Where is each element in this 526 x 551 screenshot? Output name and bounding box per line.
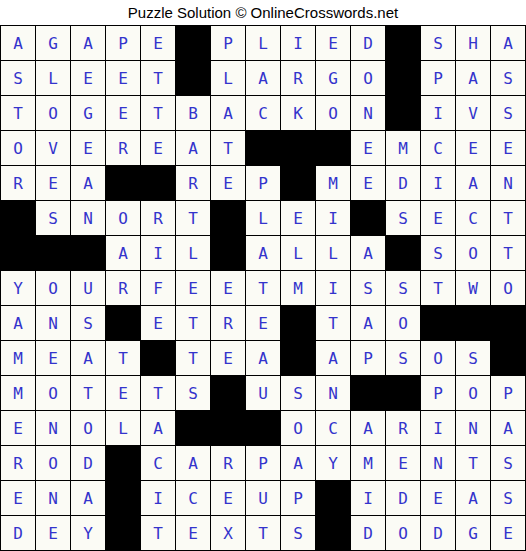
grid-cell: V bbox=[36, 131, 71, 166]
grid-cell: K bbox=[281, 96, 316, 131]
black-cell bbox=[421, 306, 456, 341]
grid-cell: P bbox=[421, 376, 456, 411]
grid-cell: S bbox=[491, 61, 526, 96]
black-cell bbox=[176, 411, 211, 446]
grid-cell: T bbox=[246, 271, 281, 306]
grid-cell: I bbox=[351, 481, 386, 516]
grid-cell: A bbox=[1, 306, 36, 341]
grid-cell: E bbox=[246, 306, 281, 341]
grid-cell: B bbox=[176, 96, 211, 131]
grid-cell: O bbox=[281, 411, 316, 446]
grid-cell: T bbox=[421, 271, 456, 306]
grid-cell: A bbox=[71, 166, 106, 201]
grid-cell: A bbox=[71, 341, 106, 376]
grid-cell: S bbox=[456, 341, 491, 376]
grid-cell: E bbox=[176, 271, 211, 306]
black-cell bbox=[351, 201, 386, 236]
grid-cell: S bbox=[1, 61, 36, 96]
grid-cell: A bbox=[351, 236, 386, 271]
grid-cell: E bbox=[71, 61, 106, 96]
black-cell bbox=[176, 26, 211, 61]
black-cell bbox=[211, 201, 246, 236]
black-cell bbox=[386, 96, 421, 131]
grid-cell: L bbox=[316, 236, 351, 271]
grid-cell: S bbox=[351, 271, 386, 306]
black-cell bbox=[211, 236, 246, 271]
grid-cell: M bbox=[1, 341, 36, 376]
grid-cell: R bbox=[211, 446, 246, 481]
grid-cell: N bbox=[36, 411, 71, 446]
grid-cell: E bbox=[351, 166, 386, 201]
grid-cell: R bbox=[1, 166, 36, 201]
grid-cell: G bbox=[71, 96, 106, 131]
grid-cell: S bbox=[421, 236, 456, 271]
grid-cell: E bbox=[106, 61, 141, 96]
black-cell bbox=[246, 411, 281, 446]
grid-cell: R bbox=[1, 446, 36, 481]
grid-cell: E bbox=[141, 26, 176, 61]
grid-cell: E bbox=[491, 516, 526, 551]
grid-cell: E bbox=[36, 516, 71, 551]
grid-cell: E bbox=[1, 411, 36, 446]
grid-cell: D bbox=[386, 481, 421, 516]
grid-cell: A bbox=[456, 166, 491, 201]
grid-cell: N bbox=[36, 306, 71, 341]
grid-cell: T bbox=[106, 341, 141, 376]
grid-cell: S bbox=[176, 376, 211, 411]
grid-cell: N bbox=[421, 446, 456, 481]
black-cell bbox=[456, 306, 491, 341]
grid-cell: C bbox=[421, 131, 456, 166]
grid-cell: E bbox=[281, 201, 316, 236]
grid-cell: T bbox=[211, 131, 246, 166]
grid-cell: T bbox=[141, 96, 176, 131]
grid-cell: N bbox=[36, 481, 71, 516]
grid-cell: S bbox=[386, 341, 421, 376]
grid-cell: D bbox=[386, 166, 421, 201]
grid-cell: Y bbox=[316, 446, 351, 481]
grid-cell: C bbox=[141, 446, 176, 481]
black-cell bbox=[281, 131, 316, 166]
grid-cell: L bbox=[281, 236, 316, 271]
grid-cell: T bbox=[491, 201, 526, 236]
grid-cell: S bbox=[71, 306, 106, 341]
grid-cell: T bbox=[141, 376, 176, 411]
black-cell bbox=[176, 61, 211, 96]
grid-cell: P bbox=[351, 341, 386, 376]
grid-cell: R bbox=[141, 201, 176, 236]
grid-cell: O bbox=[36, 271, 71, 306]
grid-cell: S bbox=[386, 201, 421, 236]
grid-cell: R bbox=[281, 61, 316, 96]
grid-cell: A bbox=[106, 236, 141, 271]
grid-cell: O bbox=[491, 271, 526, 306]
black-cell bbox=[1, 201, 36, 236]
grid-cell: O bbox=[386, 306, 421, 341]
grid-cell: O bbox=[71, 411, 106, 446]
grid-cell: C bbox=[246, 96, 281, 131]
grid-cell: D bbox=[1, 516, 36, 551]
black-cell bbox=[351, 376, 386, 411]
black-cell bbox=[211, 376, 246, 411]
grid-cell: T bbox=[141, 516, 176, 551]
grid-cell: O bbox=[421, 341, 456, 376]
grid-cell: E bbox=[141, 131, 176, 166]
grid-cell: N bbox=[316, 376, 351, 411]
black-cell bbox=[316, 481, 351, 516]
grid-cell: D bbox=[71, 446, 106, 481]
grid-cell: Y bbox=[71, 516, 106, 551]
grid-cell: P bbox=[246, 166, 281, 201]
grid-cell: P bbox=[491, 376, 526, 411]
grid-cell: A bbox=[491, 411, 526, 446]
black-cell bbox=[386, 376, 421, 411]
grid-cell: A bbox=[211, 96, 246, 131]
grid-cell: I bbox=[281, 26, 316, 61]
grid-cell: M bbox=[1, 376, 36, 411]
grid-cell: E bbox=[421, 201, 456, 236]
grid-cell: I bbox=[421, 166, 456, 201]
grid-cell: E bbox=[211, 481, 246, 516]
grid-cell: L bbox=[36, 61, 71, 96]
grid-cell: V bbox=[456, 96, 491, 131]
grid-cell: H bbox=[456, 26, 491, 61]
grid-cell: N bbox=[491, 166, 526, 201]
grid-cell: E bbox=[36, 341, 71, 376]
grid-cell: A bbox=[71, 26, 106, 61]
grid-cell: C bbox=[316, 411, 351, 446]
grid-cell: R bbox=[106, 131, 141, 166]
grid-cell: M bbox=[316, 166, 351, 201]
grid-cell: D bbox=[351, 516, 386, 551]
grid-cell: L bbox=[246, 26, 281, 61]
grid-cell: U bbox=[71, 271, 106, 306]
grid-cell: T bbox=[141, 61, 176, 96]
black-cell bbox=[281, 341, 316, 376]
grid-cell: S bbox=[386, 271, 421, 306]
black-cell bbox=[281, 166, 316, 201]
grid-cell: O bbox=[36, 96, 71, 131]
grid-cell: A bbox=[246, 236, 281, 271]
black-cell bbox=[141, 341, 176, 376]
grid-cell: O bbox=[316, 96, 351, 131]
grid-cell: E bbox=[106, 376, 141, 411]
grid-cell: P bbox=[281, 481, 316, 516]
black-cell bbox=[491, 341, 526, 376]
grid-cell: A bbox=[246, 61, 281, 96]
grid-cell: A bbox=[351, 306, 386, 341]
grid-cell: A bbox=[246, 341, 281, 376]
grid-cell: C bbox=[456, 201, 491, 236]
grid-cell: P bbox=[106, 26, 141, 61]
grid-cell: A bbox=[456, 61, 491, 96]
grid-cell: R bbox=[211, 306, 246, 341]
grid-cell: I bbox=[316, 271, 351, 306]
grid-cell: L bbox=[106, 411, 141, 446]
grid-cell: I bbox=[316, 201, 351, 236]
grid-cell: I bbox=[141, 481, 176, 516]
grid-cell: L bbox=[176, 236, 211, 271]
grid-cell: S bbox=[491, 481, 526, 516]
grid-cell: A bbox=[316, 341, 351, 376]
grid-cell: O bbox=[456, 236, 491, 271]
grid-cell: G bbox=[316, 61, 351, 96]
black-cell bbox=[36, 236, 71, 271]
grid-cell: Y bbox=[1, 271, 36, 306]
grid-cell: A bbox=[491, 26, 526, 61]
grid-cell: S bbox=[491, 446, 526, 481]
grid-cell: I bbox=[421, 96, 456, 131]
grid-cell: S bbox=[281, 516, 316, 551]
grid-cell: N bbox=[456, 411, 491, 446]
grid-cell: A bbox=[281, 446, 316, 481]
black-cell bbox=[106, 166, 141, 201]
black-cell bbox=[316, 131, 351, 166]
grid-cell: A bbox=[351, 411, 386, 446]
grid-cell: A bbox=[71, 481, 106, 516]
grid-cell: O bbox=[36, 446, 71, 481]
grid-cell: S bbox=[421, 26, 456, 61]
grid-cell: E bbox=[211, 166, 246, 201]
grid-cell: S bbox=[281, 376, 316, 411]
black-cell bbox=[106, 446, 141, 481]
grid-cell: P bbox=[421, 61, 456, 96]
crossword-grid: AGAPEPLIEDSHASLEETLARGOPASTOGETBACKONIVS… bbox=[0, 25, 526, 551]
black-cell bbox=[246, 131, 281, 166]
grid-cell: T bbox=[491, 236, 526, 271]
grid-cell: E bbox=[491, 131, 526, 166]
grid-cell: S bbox=[36, 201, 71, 236]
black-cell bbox=[1, 236, 36, 271]
black-cell bbox=[106, 481, 141, 516]
grid-cell: W bbox=[456, 271, 491, 306]
grid-cell: U bbox=[246, 481, 281, 516]
black-cell bbox=[386, 236, 421, 271]
black-cell bbox=[71, 236, 106, 271]
grid-cell: E bbox=[456, 131, 491, 166]
grid-cell: P bbox=[211, 26, 246, 61]
grid-cell: A bbox=[176, 131, 211, 166]
black-cell bbox=[386, 26, 421, 61]
grid-cell: R bbox=[106, 271, 141, 306]
grid-cell: A bbox=[1, 26, 36, 61]
grid-cell: E bbox=[1, 481, 36, 516]
black-cell bbox=[281, 306, 316, 341]
grid-cell: D bbox=[351, 26, 386, 61]
black-cell bbox=[141, 166, 176, 201]
black-cell bbox=[316, 516, 351, 551]
grid-cell: E bbox=[106, 96, 141, 131]
grid-cell: P bbox=[246, 446, 281, 481]
grid-cell: O bbox=[456, 376, 491, 411]
grid-cell: O bbox=[386, 516, 421, 551]
page-title: Puzzle Solution © OnlineCrosswords.net bbox=[0, 0, 526, 25]
grid-cell: O bbox=[1, 131, 36, 166]
grid-cell: E bbox=[351, 131, 386, 166]
grid-cell: T bbox=[176, 201, 211, 236]
grid-cell: D bbox=[421, 516, 456, 551]
grid-cell: T bbox=[456, 446, 491, 481]
grid-cell: A bbox=[456, 481, 491, 516]
grid-cell: E bbox=[141, 306, 176, 341]
grid-cell: S bbox=[491, 96, 526, 131]
grid-cell: C bbox=[176, 481, 211, 516]
grid-cell: A bbox=[141, 411, 176, 446]
grid-cell: U bbox=[246, 376, 281, 411]
grid-cell: M bbox=[386, 131, 421, 166]
grid-cell: E bbox=[386, 446, 421, 481]
black-cell bbox=[386, 61, 421, 96]
grid-cell: T bbox=[176, 341, 211, 376]
grid-cell: N bbox=[71, 201, 106, 236]
grid-cell: G bbox=[456, 516, 491, 551]
grid-cell: E bbox=[211, 341, 246, 376]
grid-cell: E bbox=[316, 26, 351, 61]
grid-cell: T bbox=[71, 376, 106, 411]
black-cell bbox=[491, 306, 526, 341]
grid-cell: R bbox=[176, 166, 211, 201]
grid-cell: E bbox=[211, 271, 246, 306]
grid-cell: F bbox=[141, 271, 176, 306]
grid-cell: A bbox=[176, 446, 211, 481]
black-cell bbox=[106, 306, 141, 341]
grid-cell: E bbox=[36, 166, 71, 201]
grid-cell: I bbox=[141, 236, 176, 271]
grid-cell: L bbox=[246, 201, 281, 236]
grid-cell: N bbox=[351, 96, 386, 131]
grid-cell: O bbox=[106, 201, 141, 236]
grid-cell: E bbox=[176, 516, 211, 551]
grid-cell: R bbox=[386, 411, 421, 446]
grid-cell: T bbox=[316, 306, 351, 341]
grid-cell: E bbox=[421, 481, 456, 516]
grid-cell: I bbox=[421, 411, 456, 446]
black-cell bbox=[211, 411, 246, 446]
grid-cell: E bbox=[71, 131, 106, 166]
grid-cell: M bbox=[351, 446, 386, 481]
grid-cell: L bbox=[211, 61, 246, 96]
grid-cell: T bbox=[176, 306, 211, 341]
grid-cell: O bbox=[351, 61, 386, 96]
grid-cell: G bbox=[36, 26, 71, 61]
grid-cell: O bbox=[36, 376, 71, 411]
grid-cell: M bbox=[281, 271, 316, 306]
grid-cell: X bbox=[211, 516, 246, 551]
grid-cell: T bbox=[246, 516, 281, 551]
black-cell bbox=[106, 516, 141, 551]
grid-cell: T bbox=[1, 96, 36, 131]
